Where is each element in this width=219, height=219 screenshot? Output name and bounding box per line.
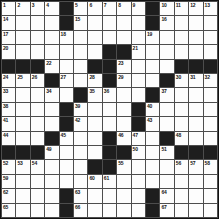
clue-number: 27 <box>61 74 66 80</box>
white-cell[interactable] <box>74 146 87 159</box>
white-cell[interactable] <box>175 16 188 29</box>
black-cell <box>16 146 29 159</box>
white-cell[interactable]: 48 <box>175 132 188 145</box>
clue-number: 4 <box>46 2 49 8</box>
clue-number: 40 <box>147 103 152 109</box>
white-cell[interactable]: 36 <box>103 88 116 101</box>
white-cell[interactable]: 41 <box>2 117 15 130</box>
white-cell[interactable] <box>117 189 130 202</box>
white-cell[interactable] <box>16 175 29 188</box>
clue-number: 18 <box>61 31 66 37</box>
white-cell[interactable]: 53 <box>16 160 29 173</box>
clue-number: 67 <box>161 204 166 210</box>
white-cell[interactable] <box>88 189 101 202</box>
white-cell[interactable]: 45 <box>60 132 73 145</box>
clue-number: 10 <box>161 2 166 8</box>
white-cell[interactable] <box>189 175 202 188</box>
black-cell <box>132 117 145 130</box>
white-cell[interactable] <box>189 16 202 29</box>
white-cell[interactable]: 35 <box>88 88 101 101</box>
white-cell[interactable]: 64 <box>160 189 173 202</box>
white-cell[interactable] <box>132 204 145 217</box>
white-cell[interactable]: 7 <box>103 2 116 15</box>
black-cell <box>117 45 130 58</box>
white-cell[interactable] <box>103 16 116 29</box>
black-cell <box>103 45 116 58</box>
clue-number: 34 <box>46 88 51 94</box>
clue-number: 46 <box>118 132 123 138</box>
white-cell[interactable]: 60 <box>88 175 101 188</box>
clue-number: 15 <box>75 16 80 22</box>
white-cell[interactable]: 58 <box>204 160 217 173</box>
black-cell <box>146 88 159 101</box>
white-cell[interactable]: 39 <box>74 103 87 116</box>
clue-number: 22 <box>46 60 51 66</box>
clue-number: 55 <box>118 160 123 166</box>
white-cell[interactable] <box>45 175 58 188</box>
white-cell[interactable] <box>31 117 44 130</box>
black-cell <box>2 60 15 73</box>
white-cell[interactable] <box>132 74 145 87</box>
white-cell[interactable]: 2 <box>16 2 29 15</box>
white-cell[interactable] <box>16 31 29 44</box>
black-cell <box>31 60 44 73</box>
white-cell[interactable] <box>60 146 73 159</box>
white-cell[interactable] <box>74 60 87 73</box>
black-cell <box>88 160 101 173</box>
black-cell <box>204 146 217 159</box>
white-cell[interactable]: 66 <box>74 204 87 217</box>
clue-number: 2 <box>17 2 20 8</box>
white-cell[interactable] <box>204 103 217 116</box>
white-cell[interactable]: 9 <box>132 2 145 15</box>
white-cell[interactable]: 67 <box>160 204 173 217</box>
clue-number: 6 <box>89 2 92 8</box>
clue-number: 26 <box>32 74 37 80</box>
white-cell[interactable] <box>74 160 87 173</box>
black-cell <box>175 60 188 73</box>
white-cell[interactable]: 40 <box>146 103 159 116</box>
white-cell[interactable] <box>189 31 202 44</box>
white-cell[interactable] <box>45 204 58 217</box>
white-cell[interactable] <box>60 160 73 173</box>
white-cell[interactable] <box>16 45 29 58</box>
white-cell[interactable]: 63 <box>74 189 87 202</box>
white-cell[interactable] <box>146 175 159 188</box>
black-cell <box>60 16 73 29</box>
white-cell[interactable] <box>146 146 159 159</box>
clue-number: 14 <box>3 16 8 22</box>
white-cell[interactable] <box>16 16 29 29</box>
black-cell <box>146 189 159 202</box>
white-cell[interactable] <box>160 175 173 188</box>
white-cell[interactable] <box>204 31 217 44</box>
white-cell[interactable] <box>146 45 159 58</box>
black-cell <box>31 146 44 159</box>
black-cell <box>74 88 87 101</box>
clue-number: 3 <box>32 2 35 8</box>
white-cell[interactable]: 10 <box>160 2 173 15</box>
clue-number: 59 <box>3 175 8 181</box>
clue-number: 37 <box>161 88 166 94</box>
black-cell <box>146 204 159 217</box>
white-cell[interactable]: 54 <box>31 160 44 173</box>
white-cell[interactable] <box>132 189 145 202</box>
black-cell <box>45 132 58 145</box>
white-cell[interactable]: 31 <box>189 74 202 87</box>
white-cell[interactable] <box>117 117 130 130</box>
white-cell[interactable] <box>146 60 159 73</box>
white-cell[interactable] <box>132 160 145 173</box>
clue-number: 47 <box>133 132 138 138</box>
white-cell[interactable]: 65 <box>2 204 15 217</box>
white-cell[interactable] <box>31 31 44 44</box>
white-cell[interactable]: 56 <box>175 160 188 173</box>
clue-number: 63 <box>75 189 80 195</box>
white-cell[interactable]: 42 <box>74 117 87 130</box>
white-cell[interactable] <box>146 160 159 173</box>
clue-number: 62 <box>3 189 8 195</box>
white-cell[interactable] <box>175 31 188 44</box>
white-cell[interactable] <box>189 117 202 130</box>
white-cell[interactable] <box>175 117 188 130</box>
white-cell[interactable]: 27 <box>60 74 73 87</box>
white-cell[interactable] <box>132 175 145 188</box>
white-cell[interactable]: 3 <box>31 2 44 15</box>
white-cell[interactable] <box>132 60 145 73</box>
white-cell[interactable]: 29 <box>117 74 130 87</box>
white-cell[interactable]: 28 <box>88 74 101 87</box>
white-cell[interactable] <box>175 175 188 188</box>
clue-number: 52 <box>3 160 8 166</box>
white-cell[interactable] <box>88 103 101 116</box>
white-cell[interactable] <box>204 117 217 130</box>
white-cell[interactable] <box>189 103 202 116</box>
clue-number: 51 <box>161 146 166 152</box>
white-cell[interactable] <box>204 16 217 29</box>
white-cell[interactable]: 5 <box>74 2 87 15</box>
white-cell[interactable]: 11 <box>175 2 188 15</box>
clue-number: 9 <box>133 2 136 8</box>
clue-number: 48 <box>176 132 181 138</box>
black-cell <box>175 146 188 159</box>
white-cell[interactable]: 50 <box>132 146 145 159</box>
white-cell[interactable]: 19 <box>146 31 159 44</box>
white-cell[interactable] <box>31 45 44 58</box>
clue-number: 29 <box>118 74 123 80</box>
white-cell[interactable]: 46 <box>117 132 130 145</box>
black-cell <box>60 189 73 202</box>
black-cell <box>146 16 159 29</box>
white-cell[interactable] <box>204 88 217 101</box>
white-cell[interactable] <box>204 175 217 188</box>
white-cell[interactable] <box>88 132 101 145</box>
white-cell[interactable] <box>204 189 217 202</box>
white-cell[interactable]: 4 <box>45 2 58 15</box>
white-cell[interactable] <box>117 31 130 44</box>
white-cell[interactable] <box>16 103 29 116</box>
white-cell[interactable]: 52 <box>2 160 15 173</box>
white-cell[interactable]: 38 <box>2 103 15 116</box>
white-cell[interactable] <box>45 189 58 202</box>
white-cell[interactable] <box>146 74 159 87</box>
white-cell[interactable]: 14 <box>2 16 15 29</box>
white-cell[interactable] <box>31 16 44 29</box>
clue-number: 31 <box>190 74 195 80</box>
clue-number: 16 <box>161 16 166 22</box>
clue-number: 23 <box>118 60 123 66</box>
white-cell[interactable] <box>45 160 58 173</box>
white-cell[interactable] <box>60 45 73 58</box>
white-cell[interactable]: 18 <box>60 31 73 44</box>
white-cell[interactable] <box>103 103 116 116</box>
white-cell[interactable] <box>31 132 44 145</box>
white-cell[interactable]: 44 <box>2 132 15 145</box>
white-cell[interactable]: 21 <box>132 45 145 58</box>
white-cell[interactable]: 30 <box>175 74 188 87</box>
white-cell[interactable] <box>175 204 188 217</box>
clue-number: 41 <box>3 117 8 123</box>
black-cell <box>103 74 116 87</box>
white-cell[interactable]: 16 <box>160 16 173 29</box>
white-cell[interactable] <box>74 31 87 44</box>
white-cell[interactable] <box>31 88 44 101</box>
black-cell <box>16 60 29 73</box>
clue-number: 43 <box>147 117 152 123</box>
black-cell <box>45 74 58 87</box>
clue-number: 21 <box>133 45 138 51</box>
clue-number: 33 <box>3 88 8 94</box>
white-cell[interactable]: 15 <box>74 16 87 29</box>
black-cell <box>60 103 73 116</box>
white-cell[interactable] <box>60 175 73 188</box>
clue-number: 32 <box>205 74 210 80</box>
clue-number: 38 <box>3 103 8 109</box>
clue-number: 56 <box>176 160 181 166</box>
clue-number: 64 <box>161 189 166 195</box>
black-cell <box>103 160 116 173</box>
white-cell[interactable] <box>45 103 58 116</box>
white-cell[interactable]: 34 <box>45 88 58 101</box>
black-cell <box>2 146 15 159</box>
white-cell[interactable] <box>132 31 145 44</box>
white-cell[interactable] <box>160 60 173 73</box>
clue-number: 17 <box>3 31 8 37</box>
white-cell[interactable]: 49 <box>45 146 58 159</box>
clue-number: 1 <box>3 2 6 8</box>
white-cell[interactable] <box>117 88 130 101</box>
white-cell[interactable]: 23 <box>117 60 130 73</box>
white-cell[interactable] <box>103 189 116 202</box>
white-cell[interactable] <box>88 31 101 44</box>
clue-number: 66 <box>75 204 80 210</box>
clue-number: 50 <box>133 146 138 152</box>
white-cell[interactable]: 17 <box>2 31 15 44</box>
white-cell[interactable] <box>132 88 145 101</box>
white-cell[interactable] <box>45 45 58 58</box>
white-cell[interactable] <box>160 31 173 44</box>
white-cell[interactable] <box>60 60 73 73</box>
white-cell[interactable]: 51 <box>160 146 173 159</box>
white-cell[interactable] <box>189 204 202 217</box>
black-cell <box>160 132 173 145</box>
white-cell[interactable] <box>16 204 29 217</box>
white-cell[interactable] <box>16 117 29 130</box>
white-cell[interactable]: 61 <box>103 175 116 188</box>
clue-number: 60 <box>89 175 94 181</box>
white-cell[interactable] <box>160 160 173 173</box>
clue-number: 13 <box>205 2 210 8</box>
white-cell[interactable] <box>204 45 217 58</box>
white-cell[interactable]: 47 <box>132 132 145 145</box>
white-cell[interactable] <box>117 16 130 29</box>
clue-number: 35 <box>89 88 94 94</box>
white-cell[interactable] <box>175 189 188 202</box>
white-cell[interactable] <box>175 103 188 116</box>
white-cell[interactable]: 13 <box>204 2 217 15</box>
white-cell[interactable]: 37 <box>160 88 173 101</box>
white-cell[interactable] <box>175 88 188 101</box>
white-cell[interactable] <box>88 146 101 159</box>
white-cell[interactable]: 33 <box>2 88 15 101</box>
white-cell[interactable] <box>88 117 101 130</box>
black-cell <box>146 2 159 15</box>
black-cell <box>160 74 173 87</box>
white-cell[interactable] <box>74 175 87 188</box>
white-cell[interactable]: 62 <box>2 189 15 202</box>
clue-number: 44 <box>3 132 8 138</box>
white-cell[interactable] <box>45 31 58 44</box>
white-cell[interactable]: 25 <box>16 74 29 87</box>
white-cell[interactable]: 32 <box>204 74 217 87</box>
white-cell[interactable] <box>60 88 73 101</box>
white-cell[interactable] <box>45 16 58 29</box>
white-cell[interactable]: 8 <box>117 2 130 15</box>
white-cell[interactable] <box>103 31 116 44</box>
white-cell[interactable] <box>117 204 130 217</box>
white-cell[interactable] <box>31 103 44 116</box>
white-cell[interactable]: 20 <box>2 45 15 58</box>
white-cell[interactable] <box>45 117 58 130</box>
clue-number: 11 <box>176 2 181 8</box>
clue-number: 7 <box>104 2 107 8</box>
clue-number: 20 <box>3 45 8 51</box>
clue-number: 57 <box>190 160 195 166</box>
white-cell[interactable] <box>74 45 87 58</box>
white-cell[interactable] <box>160 117 173 130</box>
clue-number: 36 <box>104 88 109 94</box>
white-cell[interactable] <box>88 16 101 29</box>
black-cell <box>103 132 116 145</box>
white-cell[interactable]: 24 <box>2 74 15 87</box>
white-cell[interactable] <box>204 132 217 145</box>
black-cell <box>88 60 101 73</box>
white-cell[interactable] <box>74 132 87 145</box>
black-cell <box>189 146 202 159</box>
clue-number: 19 <box>147 31 152 37</box>
clue-number: 45 <box>61 132 66 138</box>
white-cell[interactable] <box>31 175 44 188</box>
white-cell[interactable]: 55 <box>117 160 130 173</box>
clue-number: 25 <box>17 74 22 80</box>
white-cell[interactable] <box>189 189 202 202</box>
clue-number: 49 <box>46 146 51 152</box>
black-cell <box>60 204 73 217</box>
white-cell[interactable]: 43 <box>146 117 159 130</box>
white-cell[interactable] <box>88 45 101 58</box>
clue-number: 42 <box>75 117 80 123</box>
clue-number: 65 <box>3 204 8 210</box>
white-cell[interactable]: 22 <box>45 60 58 73</box>
white-cell[interactable]: 12 <box>189 2 202 15</box>
white-cell[interactable] <box>189 88 202 101</box>
white-cell[interactable] <box>160 103 173 116</box>
white-cell[interactable] <box>103 204 116 217</box>
clue-number: 54 <box>32 160 37 166</box>
white-cell[interactable]: 57 <box>189 160 202 173</box>
white-cell[interactable] <box>132 16 145 29</box>
white-cell[interactable] <box>31 189 44 202</box>
clue-number: 39 <box>75 103 80 109</box>
clue-number: 12 <box>190 2 195 8</box>
black-cell <box>189 60 202 73</box>
clue-number: 30 <box>176 74 181 80</box>
white-cell[interactable] <box>117 103 130 116</box>
white-cell[interactable] <box>189 45 202 58</box>
white-cell[interactable] <box>160 45 173 58</box>
white-cell[interactable] <box>16 88 29 101</box>
black-cell <box>204 60 217 73</box>
white-cell[interactable] <box>204 204 217 217</box>
white-cell[interactable] <box>88 204 101 217</box>
black-cell <box>103 60 116 73</box>
clue-number: 61 <box>104 175 109 181</box>
clue-number: 24 <box>3 74 8 80</box>
white-cell[interactable] <box>189 132 202 145</box>
white-cell[interactable] <box>103 117 116 130</box>
white-cell[interactable]: 1 <box>2 2 15 15</box>
white-cell[interactable] <box>31 204 44 217</box>
clue-number: 58 <box>205 160 210 166</box>
white-cell[interactable] <box>146 132 159 145</box>
white-cell[interactable]: 26 <box>31 74 44 87</box>
crossword-grid: 1234567891011121314151617181920212223242… <box>0 0 219 219</box>
clue-number: 53 <box>17 160 22 166</box>
clue-number: 8 <box>118 2 121 8</box>
clue-number: 28 <box>89 74 94 80</box>
black-cell <box>117 146 130 159</box>
clue-number: 5 <box>75 2 78 8</box>
white-cell[interactable] <box>74 74 87 87</box>
black-cell <box>60 2 73 15</box>
white-cell[interactable]: 59 <box>2 175 15 188</box>
white-cell[interactable] <box>16 132 29 145</box>
black-cell <box>132 103 145 116</box>
black-cell <box>103 146 116 159</box>
white-cell[interactable] <box>175 45 188 58</box>
white-cell[interactable] <box>16 189 29 202</box>
white-cell[interactable]: 6 <box>88 2 101 15</box>
black-cell <box>60 117 73 130</box>
white-cell[interactable] <box>117 175 130 188</box>
